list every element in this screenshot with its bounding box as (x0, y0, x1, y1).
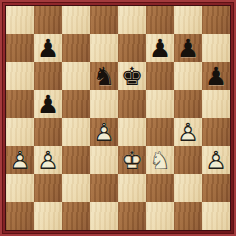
square-e5[interactable] (118, 90, 146, 118)
square-g5[interactable] (174, 90, 202, 118)
square-c5[interactable] (62, 90, 90, 118)
square-h4[interactable] (202, 118, 230, 146)
square-c6[interactable] (62, 62, 90, 90)
chess-board: ♟♟♟♞♚♟♟♟♙♟♙♟♙♟♙♚♔♞♘♟♙ (6, 6, 230, 230)
square-b2[interactable] (34, 174, 62, 202)
square-b7[interactable]: ♟ (34, 34, 62, 62)
square-e2[interactable] (118, 174, 146, 202)
square-g7[interactable]: ♟ (174, 34, 202, 62)
square-h5[interactable] (202, 90, 230, 118)
square-b1[interactable] (34, 202, 62, 230)
piece-white-pawn-d4: ♟♙ (90, 118, 118, 146)
square-f3[interactable]: ♞♘ (146, 146, 174, 174)
piece-white-king-e3: ♚♔ (118, 146, 146, 174)
black-pawn-glyph: ♟ (202, 62, 230, 90)
white-knight-outline: ♘ (146, 146, 174, 174)
piece-black-pawn-h6: ♟ (202, 62, 230, 90)
black-king-glyph: ♚ (118, 62, 146, 90)
square-e1[interactable] (118, 202, 146, 230)
square-h2[interactable] (202, 174, 230, 202)
square-h3[interactable]: ♟♙ (202, 146, 230, 174)
square-f2[interactable] (146, 174, 174, 202)
square-a3[interactable]: ♟♙ (6, 146, 34, 174)
square-f6[interactable] (146, 62, 174, 90)
black-knight-glyph: ♞ (90, 62, 118, 90)
square-c3[interactable] (62, 146, 90, 174)
square-c1[interactable] (62, 202, 90, 230)
white-king-outline: ♔ (118, 146, 146, 174)
square-b4[interactable] (34, 118, 62, 146)
piece-black-king-e6: ♚ (118, 62, 146, 90)
square-d1[interactable] (90, 202, 118, 230)
square-f5[interactable] (146, 90, 174, 118)
square-d7[interactable] (90, 34, 118, 62)
white-pawn-outline: ♙ (202, 146, 230, 174)
square-a7[interactable] (6, 34, 34, 62)
square-e6[interactable]: ♚ (118, 62, 146, 90)
square-a2[interactable] (6, 174, 34, 202)
square-c2[interactable] (62, 174, 90, 202)
white-pawn-outline: ♙ (90, 118, 118, 146)
square-f1[interactable] (146, 202, 174, 230)
white-pawn-outline: ♙ (174, 118, 202, 146)
piece-white-pawn-b3: ♟♙ (34, 146, 62, 174)
square-e3[interactable]: ♚♔ (118, 146, 146, 174)
piece-white-pawn-a3: ♟♙ (6, 146, 34, 174)
piece-black-pawn-g7: ♟ (174, 34, 202, 62)
piece-white-pawn-g4: ♟♙ (174, 118, 202, 146)
piece-black-pawn-b7: ♟ (34, 34, 62, 62)
square-b3[interactable]: ♟♙ (34, 146, 62, 174)
piece-white-knight-f3: ♞♘ (146, 146, 174, 174)
piece-black-knight-d6: ♞ (90, 62, 118, 90)
square-c4[interactable] (62, 118, 90, 146)
square-g4[interactable]: ♟♙ (174, 118, 202, 146)
square-d6[interactable]: ♞ (90, 62, 118, 90)
square-d4[interactable]: ♟♙ (90, 118, 118, 146)
square-b6[interactable] (34, 62, 62, 90)
square-a8[interactable] (6, 6, 34, 34)
black-pawn-glyph: ♟ (146, 34, 174, 62)
white-pawn-outline: ♙ (6, 146, 34, 174)
piece-black-pawn-f7: ♟ (146, 34, 174, 62)
square-b5[interactable]: ♟ (34, 90, 62, 118)
square-d3[interactable] (90, 146, 118, 174)
square-f7[interactable]: ♟ (146, 34, 174, 62)
square-d5[interactable] (90, 90, 118, 118)
black-pawn-glyph: ♟ (34, 90, 62, 118)
square-g8[interactable] (174, 6, 202, 34)
square-e4[interactable] (118, 118, 146, 146)
square-g1[interactable] (174, 202, 202, 230)
piece-white-pawn-h3: ♟♙ (202, 146, 230, 174)
black-pawn-glyph: ♟ (174, 34, 202, 62)
square-b8[interactable] (34, 6, 62, 34)
square-a4[interactable] (6, 118, 34, 146)
white-pawn-outline: ♙ (34, 146, 62, 174)
chess-board-frame: ♟♟♟♞♚♟♟♟♙♟♙♟♙♟♙♚♔♞♘♟♙ (0, 0, 236, 236)
square-h1[interactable] (202, 202, 230, 230)
square-g2[interactable] (174, 174, 202, 202)
square-h8[interactable] (202, 6, 230, 34)
square-h7[interactable] (202, 34, 230, 62)
square-g6[interactable] (174, 62, 202, 90)
square-c8[interactable] (62, 6, 90, 34)
square-e8[interactable] (118, 6, 146, 34)
square-f8[interactable] (146, 6, 174, 34)
square-e7[interactable] (118, 34, 146, 62)
square-d2[interactable] (90, 174, 118, 202)
square-f4[interactable] (146, 118, 174, 146)
square-a5[interactable] (6, 90, 34, 118)
piece-black-pawn-b5: ♟ (34, 90, 62, 118)
square-g3[interactable] (174, 146, 202, 174)
square-d8[interactable] (90, 6, 118, 34)
square-a6[interactable] (6, 62, 34, 90)
square-h6[interactable]: ♟ (202, 62, 230, 90)
square-c7[interactable] (62, 34, 90, 62)
black-pawn-glyph: ♟ (34, 34, 62, 62)
square-a1[interactable] (6, 202, 34, 230)
